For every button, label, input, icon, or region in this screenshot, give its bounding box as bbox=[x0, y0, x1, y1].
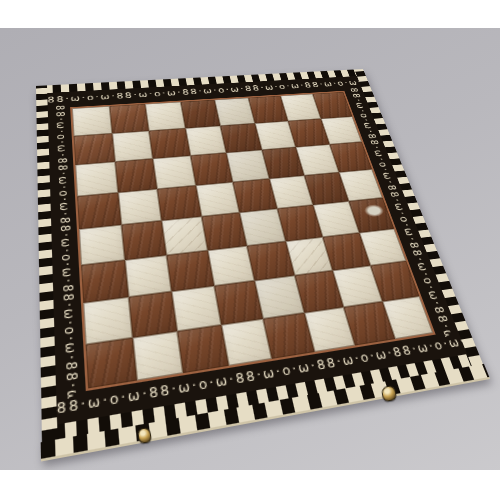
board-square bbox=[177, 324, 228, 373]
board-square bbox=[157, 185, 201, 220]
board-square bbox=[214, 98, 254, 126]
board-square bbox=[124, 255, 171, 297]
board-square bbox=[74, 133, 115, 165]
board-square bbox=[109, 104, 149, 133]
board-square bbox=[172, 286, 221, 331]
board-square bbox=[112, 130, 153, 161]
board-square bbox=[153, 156, 196, 189]
board-square bbox=[83, 297, 132, 344]
board-square bbox=[239, 209, 285, 246]
board-square bbox=[132, 331, 183, 381]
board-square bbox=[190, 153, 233, 185]
board-square bbox=[128, 291, 177, 337]
letterbox-bottom bbox=[0, 470, 500, 500]
board-square bbox=[149, 128, 190, 159]
board-square bbox=[79, 225, 124, 265]
board-square bbox=[166, 250, 213, 291]
board-square bbox=[220, 123, 261, 153]
board-square bbox=[118, 189, 162, 225]
board-square bbox=[312, 92, 352, 118]
board-square bbox=[72, 106, 112, 136]
board-square bbox=[81, 260, 128, 303]
board-square bbox=[145, 102, 185, 131]
board-square bbox=[180, 100, 220, 128]
board-square bbox=[86, 337, 137, 388]
board-square bbox=[75, 162, 117, 196]
board-square bbox=[77, 192, 121, 229]
board-square bbox=[115, 159, 157, 193]
letterbox-top bbox=[0, 0, 500, 28]
board-square bbox=[121, 221, 167, 260]
board-square bbox=[162, 217, 208, 255]
board-square bbox=[185, 125, 226, 155]
